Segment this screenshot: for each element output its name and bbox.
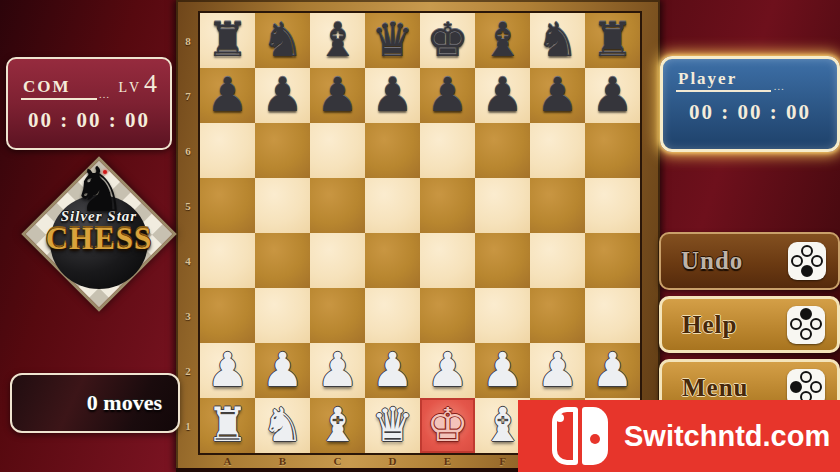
square-c3[interactable] xyxy=(310,288,365,343)
piece-white-pawn: ♟ xyxy=(206,343,248,398)
file-label-e: E xyxy=(420,453,475,468)
piece-white-queen: ♛ xyxy=(371,398,413,453)
file-label-a: A xyxy=(200,453,255,468)
move-counter-text: 0 moves xyxy=(87,390,162,416)
com-name: COM xyxy=(21,77,97,100)
nintendo-switch-icon xyxy=(552,407,608,465)
square-g4[interactable] xyxy=(530,233,585,288)
com-level-value: 4 xyxy=(144,69,157,99)
square-c4[interactable] xyxy=(310,233,365,288)
rank-label-8: 8 xyxy=(176,13,200,68)
piece-black-bishop: ♝ xyxy=(316,13,358,68)
piece-black-pawn: ♟ xyxy=(316,68,358,123)
square-h4[interactable] xyxy=(585,233,640,288)
square-f4[interactable] xyxy=(475,233,530,288)
undo-button-label: Undo xyxy=(681,247,788,275)
square-g5[interactable] xyxy=(530,178,585,233)
square-h5[interactable] xyxy=(585,178,640,233)
square-f2[interactable]: ♟ xyxy=(475,343,530,398)
square-a1[interactable]: ♜ xyxy=(200,398,255,453)
square-e5[interactable] xyxy=(420,178,475,233)
square-a2[interactable]: ♟ xyxy=(200,343,255,398)
piece-white-pawn: ♟ xyxy=(261,343,303,398)
piece-black-pawn: ♟ xyxy=(371,68,413,123)
file-label-b: B xyxy=(255,453,310,468)
help-button-label: Help xyxy=(682,311,787,339)
square-d3[interactable] xyxy=(365,288,420,343)
file-label-d: D xyxy=(365,453,420,468)
face-button-x-icon xyxy=(787,306,825,344)
com-name-dots: … xyxy=(99,88,111,100)
game-logo: ♞ Silver Star CHESS xyxy=(25,158,173,310)
piece-black-pawn: ♟ xyxy=(536,68,578,123)
square-e4[interactable] xyxy=(420,233,475,288)
square-a4[interactable] xyxy=(200,233,255,288)
piece-black-pawn: ♟ xyxy=(426,68,468,123)
menu-button-label: Menu xyxy=(682,374,787,402)
square-d2[interactable]: ♟ xyxy=(365,343,420,398)
square-e1[interactable]: ♚ xyxy=(420,398,475,453)
square-g8[interactable]: ♞ xyxy=(530,13,585,68)
rank-label-4: 4 xyxy=(176,233,200,288)
square-c6[interactable] xyxy=(310,123,365,178)
piece-black-pawn: ♟ xyxy=(261,68,303,123)
square-a3[interactable] xyxy=(200,288,255,343)
square-e6[interactable] xyxy=(420,123,475,178)
piece-black-knight: ♞ xyxy=(536,13,578,68)
piece-white-pawn: ♟ xyxy=(426,343,468,398)
game-screen: ♜♞♝♛♚♝♞♜♟♟♟♟♟♟♟♟♟♟♟♟♟♟♟♟♜♞♝♛♚♝♞♜ 8765432… xyxy=(0,0,840,472)
player-name-dots: … xyxy=(773,80,785,92)
piece-black-rook: ♜ xyxy=(591,13,633,68)
square-d5[interactable] xyxy=(365,178,420,233)
file-label-c: C xyxy=(310,453,365,468)
square-d6[interactable] xyxy=(365,123,420,178)
undo-button[interactable]: Undo xyxy=(659,232,840,290)
piece-black-rook: ♜ xyxy=(206,13,248,68)
square-a5[interactable] xyxy=(200,178,255,233)
face-button-b-icon xyxy=(788,242,826,280)
watermark-text: Switchntd.com xyxy=(624,420,830,453)
rank-label-3: 3 xyxy=(176,288,200,343)
square-b6[interactable] xyxy=(255,123,310,178)
square-f7[interactable]: ♟ xyxy=(475,68,530,123)
piece-white-pawn: ♟ xyxy=(481,343,523,398)
square-a7[interactable]: ♟ xyxy=(200,68,255,123)
piece-white-knight: ♞ xyxy=(261,398,303,453)
square-b2[interactable]: ♟ xyxy=(255,343,310,398)
piece-white-pawn: ♟ xyxy=(536,343,578,398)
help-button[interactable]: Help xyxy=(659,296,840,353)
chess-board: ♜♞♝♛♚♝♞♜♟♟♟♟♟♟♟♟♟♟♟♟♟♟♟♟♜♞♝♛♚♝♞♜ xyxy=(200,13,640,453)
player-name: Player xyxy=(676,69,771,92)
move-counter-panel: 0 moves xyxy=(10,373,180,433)
square-b8[interactable]: ♞ xyxy=(255,13,310,68)
piece-black-king: ♚ xyxy=(426,13,468,68)
square-f5[interactable] xyxy=(475,178,530,233)
square-a6[interactable] xyxy=(200,123,255,178)
piece-white-pawn: ♟ xyxy=(371,343,413,398)
square-c8[interactable]: ♝ xyxy=(310,13,365,68)
square-d8[interactable]: ♛ xyxy=(365,13,420,68)
piece-white-king: ♚ xyxy=(426,398,468,453)
square-h7[interactable]: ♟ xyxy=(585,68,640,123)
square-c2[interactable]: ♟ xyxy=(310,343,365,398)
square-b3[interactable] xyxy=(255,288,310,343)
square-b5[interactable] xyxy=(255,178,310,233)
square-g6[interactable] xyxy=(530,123,585,178)
square-e2[interactable]: ♟ xyxy=(420,343,475,398)
com-level-label: LV xyxy=(119,80,142,96)
player-timer: 00 : 00 : 00 xyxy=(663,100,837,125)
square-h2[interactable]: ♟ xyxy=(585,343,640,398)
watermark-banner: Switchntd.com xyxy=(518,400,840,472)
piece-black-knight: ♞ xyxy=(261,13,303,68)
square-c7[interactable]: ♟ xyxy=(310,68,365,123)
square-g3[interactable] xyxy=(530,288,585,343)
square-e3[interactable] xyxy=(420,288,475,343)
square-h6[interactable] xyxy=(585,123,640,178)
player-clock-panel: Player… 00 : 00 : 00 xyxy=(660,56,840,152)
knight-eye xyxy=(103,170,107,174)
square-h8[interactable]: ♜ xyxy=(585,13,640,68)
square-c5[interactable] xyxy=(310,178,365,233)
com-timer: 00 : 00 : 00 xyxy=(8,108,170,133)
square-b4[interactable] xyxy=(255,233,310,288)
square-h3[interactable] xyxy=(585,288,640,343)
logo-title-line2: CHESS xyxy=(46,221,153,257)
rank-label-7: 7 xyxy=(176,68,200,123)
square-f6[interactable] xyxy=(475,123,530,178)
square-c1[interactable]: ♝ xyxy=(310,398,365,453)
piece-black-bishop: ♝ xyxy=(481,13,523,68)
piece-white-pawn: ♟ xyxy=(316,343,358,398)
rank-label-6: 6 xyxy=(176,123,200,178)
square-b7[interactable]: ♟ xyxy=(255,68,310,123)
square-b1[interactable]: ♞ xyxy=(255,398,310,453)
knight-silhouette-icon: ♞ xyxy=(71,160,127,220)
square-d4[interactable] xyxy=(365,233,420,288)
piece-white-rook: ♜ xyxy=(206,398,248,453)
piece-black-queen: ♛ xyxy=(371,13,413,68)
square-d7[interactable]: ♟ xyxy=(365,68,420,123)
square-e7[interactable]: ♟ xyxy=(420,68,475,123)
square-e8[interactable]: ♚ xyxy=(420,13,475,68)
rank-label-5: 5 xyxy=(176,178,200,233)
piece-white-pawn: ♟ xyxy=(591,343,633,398)
square-f3[interactable] xyxy=(475,288,530,343)
piece-black-pawn: ♟ xyxy=(481,68,523,123)
square-a8[interactable]: ♜ xyxy=(200,13,255,68)
piece-black-pawn: ♟ xyxy=(591,68,633,123)
square-g7[interactable]: ♟ xyxy=(530,68,585,123)
square-g2[interactable]: ♟ xyxy=(530,343,585,398)
piece-black-pawn: ♟ xyxy=(206,68,248,123)
com-clock-panel: COM… LV4 00 : 00 : 00 xyxy=(6,57,172,150)
piece-white-bishop: ♝ xyxy=(316,398,358,453)
square-f8[interactable]: ♝ xyxy=(475,13,530,68)
square-d1[interactable]: ♛ xyxy=(365,398,420,453)
